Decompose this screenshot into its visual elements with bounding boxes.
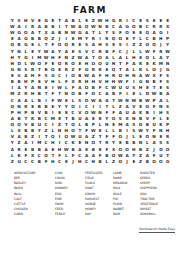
grid-cell: O: [117, 159, 124, 165]
word-list: AGRICULTUREBEEBARLEYBARNBULLCALFCATTLECH…: [0, 171, 180, 219]
grid-cell: J: [70, 159, 77, 165]
grid-cell: H: [90, 159, 97, 165]
grid-cell: B: [144, 159, 151, 165]
credit-text: Wordsearch Made Easy: [139, 227, 175, 233]
word-item: CORN: [14, 212, 36, 217]
grid-cell: C: [56, 159, 63, 165]
grid-cell: U: [16, 159, 23, 165]
grid-cell: J: [124, 159, 131, 165]
puzzle-title: FARM: [0, 5, 180, 15]
word-list-column: ROOSTERSEEDSSHEEPSHEPHERDSOILTRACTORVEGE…: [140, 171, 158, 217]
grid-cell: G: [164, 159, 171, 165]
word-list-column: AGRICULTUREBEEBARLEYBARNBULLCALFCATTLECH…: [14, 171, 36, 217]
word-item: HAY: [85, 212, 102, 217]
grid-cell: Z: [137, 159, 144, 165]
word-item: WINDMILL: [140, 212, 158, 217]
word-item: FENCE: [55, 212, 68, 217]
grid-cell: H: [50, 159, 57, 165]
grid-cell: C: [83, 159, 90, 165]
grid-cell: B: [97, 159, 104, 165]
grid-cell: E: [63, 159, 70, 165]
grid-cell: C: [23, 159, 30, 165]
grid-cell: H: [77, 159, 84, 165]
word-list-column: FERTILIZERFIELDFLOCKGOATGROWHARVESTHORSE…: [85, 171, 102, 217]
grid-cell: E: [131, 159, 138, 165]
grid-cell: O: [158, 159, 165, 165]
grid-cell: O: [151, 159, 158, 165]
word-item: RAM: [113, 212, 128, 217]
word-list-column: LAMBMAREMEADOWMILKMULEPIGPLOWRABBITRAM: [113, 171, 128, 217]
grid-cell: L: [104, 159, 111, 165]
word-list-column: COWCROWDOGDONKEYEGGEWEFARMFEEDFENCE: [55, 171, 68, 217]
grid-cell: Z: [9, 159, 16, 165]
grid-cell: F: [43, 159, 50, 165]
grid-cell: B: [36, 159, 43, 165]
letter-grid: YSHVEGETABLEZWHGRICESEEEWAIRABBITWAQWNBC…: [9, 18, 171, 165]
grid-cell: Z: [110, 159, 117, 165]
grid-cell: C: [29, 159, 36, 165]
